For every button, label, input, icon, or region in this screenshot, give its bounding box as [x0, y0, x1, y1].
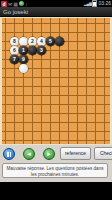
- check-button[interactable]: Check: [94, 147, 112, 160]
- stone-white: [19, 37, 28, 46]
- next-move-button[interactable]: ►: [43, 148, 55, 160]
- stone-white: [19, 64, 28, 73]
- stone-white-move-8: 8: [10, 37, 19, 46]
- stone-black: [28, 46, 37, 55]
- status-bar: d ✉ ▦ ↓ ▂▄▆ 03:26: [0, 0, 112, 7]
- pause-icon: [10, 152, 12, 157]
- reference-button[interactable]: reference: [60, 147, 91, 160]
- stone-white-move-6: 6: [10, 46, 19, 55]
- pause-button[interactable]: [3, 148, 15, 160]
- previous-move-button[interactable]: ◄: [23, 148, 35, 160]
- battery-icon: [92, 0, 97, 7]
- storage-icon: ▦: [13, 1, 18, 7]
- download-icon: ↓: [25, 1, 28, 7]
- toast-text: Mauvaise réponse. Les questions postées …: [6, 166, 103, 177]
- phone-screen: d ✉ ▦ ↓ ▂▄▆ 03:26 Go joseki 824561379 ◄ …: [0, 0, 112, 200]
- notification-d-icon: d: [1, 1, 7, 7]
- status-time: 03:26: [98, 0, 111, 7]
- stone-white-move-4: 4: [37, 37, 46, 46]
- stone-white-move-2: 2: [28, 37, 37, 46]
- right-arrow-icon: ►: [44, 149, 54, 160]
- board-grid[interactable]: 824561379: [2, 18, 110, 144]
- message-icon: ✉: [8, 1, 12, 7]
- stone-black-move-1: 1: [19, 46, 28, 55]
- stone-black-move-3: 3: [37, 46, 46, 55]
- status-bar-left: d ✉ ▦ ↓: [1, 1, 27, 7]
- left-arrow-icon: ◄: [24, 149, 34, 160]
- go-board[interactable]: 824561379: [0, 17, 112, 145]
- stone-black-move-7: 7: [10, 55, 19, 64]
- status-bar-right: ▂▄▆ 03:26: [84, 0, 111, 7]
- signal-icon: ▂▄▆: [84, 1, 92, 7]
- stone-black-move-5: 5: [46, 37, 55, 46]
- title-bar: Go joseki: [0, 7, 112, 17]
- app-title: Go joseki: [3, 9, 28, 15]
- market-icon: [19, 1, 24, 6]
- toast-message: Mauvaise réponse. Les questions postées …: [2, 163, 108, 178]
- stone-black-move-9: 9: [19, 55, 28, 64]
- screen-bottom: [0, 182, 112, 200]
- stone-black: [55, 37, 64, 46]
- pause-icon: [7, 152, 9, 157]
